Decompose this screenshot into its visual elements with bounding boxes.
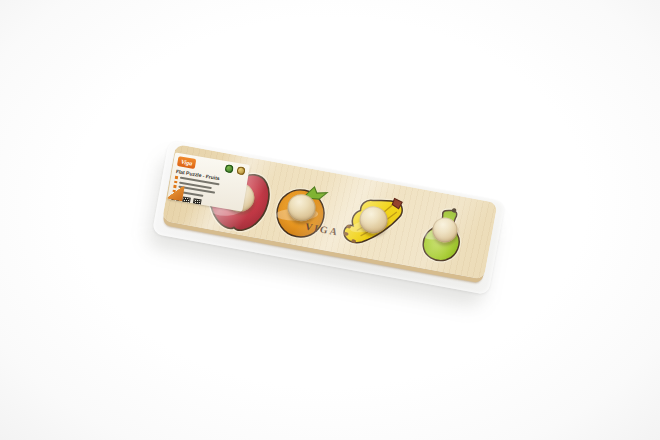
eco-badge-icon: [225, 164, 234, 173]
pear-slot: [416, 199, 472, 268]
photo-stage: VIGA Viga Flat Puzzle - Fruits: [0, 0, 660, 440]
barcode-icon: [180, 206, 188, 211]
qr-code-icon: [192, 198, 201, 207]
banana-slot: [336, 189, 409, 258]
product-label: Viga Flat Puzzle - Fruits: [167, 153, 250, 212]
barcode-icon: [170, 204, 178, 209]
viga-logo: Viga: [177, 156, 196, 169]
bullet-icon: [174, 180, 177, 183]
award-badge-icon: [236, 166, 245, 175]
bullet-icon: [175, 176, 178, 179]
label-corner-stripe: [167, 184, 184, 201]
qr-code-icon: [182, 196, 191, 205]
